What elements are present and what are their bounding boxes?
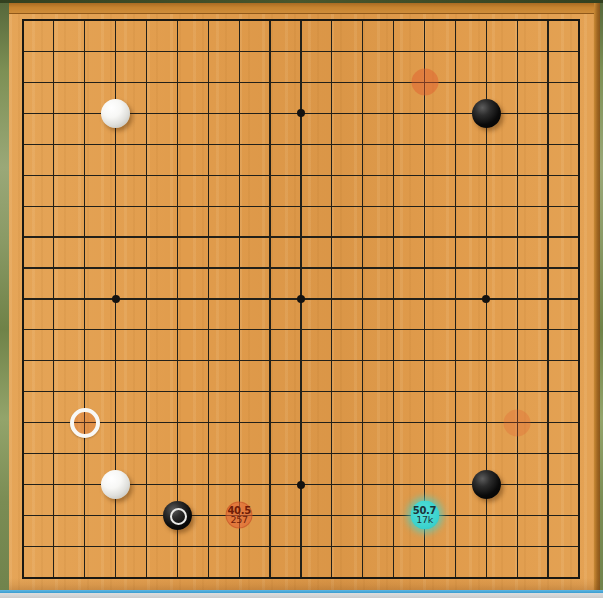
- intersection-O12[interactable]: [409, 222, 440, 253]
- intersection-H13[interactable]: [224, 191, 255, 222]
- intersection-H6[interactable]: [224, 407, 255, 438]
- intersection-O15[interactable]: [409, 129, 440, 160]
- intersection-J3[interactable]: [255, 500, 286, 531]
- intersection-A6[interactable]: [8, 407, 39, 438]
- intersection-R9[interactable]: [502, 314, 533, 345]
- intersection-P19[interactable]: [440, 5, 471, 36]
- intersection-C8[interactable]: [69, 345, 100, 376]
- intersection-N1[interactable]: [378, 562, 409, 593]
- intersection-E4[interactable]: [131, 469, 162, 500]
- intersection-G16[interactable]: [193, 98, 224, 129]
- intersection-H7[interactable]: [224, 376, 255, 407]
- intersection-A3[interactable]: [8, 500, 39, 531]
- intersection-N10[interactable]: [378, 283, 409, 314]
- intersection-N2[interactable]: [378, 531, 409, 562]
- intersection-O3[interactable]: 50.717k: [409, 500, 440, 531]
- intersection-E6[interactable]: [131, 407, 162, 438]
- intersection-R18[interactable]: [502, 36, 533, 67]
- intersection-S15[interactable]: [533, 129, 564, 160]
- intersection-T17[interactable]: [564, 67, 595, 98]
- intersection-H11[interactable]: [224, 253, 255, 284]
- intersection-M12[interactable]: [347, 222, 378, 253]
- intersection-P2[interactable]: [440, 531, 471, 562]
- intersection-K16[interactable]: [286, 98, 317, 129]
- intersection-B10[interactable]: [38, 283, 69, 314]
- next-move-ring-C6[interactable]: [70, 408, 100, 438]
- intersection-D19[interactable]: [100, 5, 131, 36]
- intersection-C16[interactable]: [69, 98, 100, 129]
- intersection-G19[interactable]: [193, 5, 224, 36]
- intersection-L1[interactable]: [316, 562, 347, 593]
- intersection-O4[interactable]: [409, 469, 440, 500]
- intersection-A19[interactable]: [8, 5, 39, 36]
- intersection-R17[interactable]: [502, 67, 533, 98]
- intersection-F17[interactable]: [162, 67, 193, 98]
- intersection-F12[interactable]: [162, 222, 193, 253]
- intersection-G3[interactable]: [193, 500, 224, 531]
- intersection-O9[interactable]: [409, 314, 440, 345]
- intersection-O18[interactable]: [409, 36, 440, 67]
- intersection-C15[interactable]: [69, 129, 100, 160]
- intersection-K8[interactable]: [286, 345, 317, 376]
- intersection-M13[interactable]: [347, 191, 378, 222]
- intersection-A2[interactable]: [8, 531, 39, 562]
- intersection-E3[interactable]: [131, 500, 162, 531]
- intersection-S19[interactable]: [533, 5, 564, 36]
- intersection-F5[interactable]: [162, 438, 193, 469]
- intersection-R13[interactable]: [502, 191, 533, 222]
- intersection-L4[interactable]: [316, 469, 347, 500]
- intersection-B6[interactable]: [38, 407, 69, 438]
- intersection-M1[interactable]: [347, 562, 378, 593]
- intersection-Q14[interactable]: [471, 160, 502, 191]
- intersection-D13[interactable]: [100, 191, 131, 222]
- intersection-A14[interactable]: [8, 160, 39, 191]
- intersection-M16[interactable]: [347, 98, 378, 129]
- intersection-K11[interactable]: [286, 253, 317, 284]
- intersection-F2[interactable]: [162, 531, 193, 562]
- intersection-J18[interactable]: [255, 36, 286, 67]
- intersection-N11[interactable]: [378, 253, 409, 284]
- intersection-L2[interactable]: [316, 531, 347, 562]
- intersection-Q1[interactable]: [471, 562, 502, 593]
- intersection-L18[interactable]: [316, 36, 347, 67]
- intersection-H2[interactable]: [224, 531, 255, 562]
- intersection-R15[interactable]: [502, 129, 533, 160]
- intersection-Q5[interactable]: [471, 438, 502, 469]
- intersection-Q10[interactable]: [471, 283, 502, 314]
- intersection-D5[interactable]: [100, 438, 131, 469]
- intersection-S9[interactable]: [533, 314, 564, 345]
- intersection-C17[interactable]: [69, 67, 100, 98]
- intersection-Q6[interactable]: [471, 407, 502, 438]
- intersection-T7[interactable]: [564, 376, 595, 407]
- intersection-D14[interactable]: [100, 160, 131, 191]
- intersection-O13[interactable]: [409, 191, 440, 222]
- intersection-P16[interactable]: [440, 98, 471, 129]
- intersection-J4[interactable]: [255, 469, 286, 500]
- intersection-J14[interactable]: [255, 160, 286, 191]
- intersection-H10[interactable]: [224, 283, 255, 314]
- intersection-K17[interactable]: [286, 67, 317, 98]
- intersection-D8[interactable]: [100, 345, 131, 376]
- intersection-A10[interactable]: [8, 283, 39, 314]
- intersection-C14[interactable]: [69, 160, 100, 191]
- intersection-S11[interactable]: [533, 253, 564, 284]
- intersection-F15[interactable]: [162, 129, 193, 160]
- intersection-E7[interactable]: [131, 376, 162, 407]
- intersection-S17[interactable]: [533, 67, 564, 98]
- intersection-G18[interactable]: [193, 36, 224, 67]
- intersection-E15[interactable]: [131, 129, 162, 160]
- intersection-C5[interactable]: [69, 438, 100, 469]
- intersection-J19[interactable]: [255, 5, 286, 36]
- intersection-M18[interactable]: [347, 36, 378, 67]
- intersection-Q9[interactable]: [471, 314, 502, 345]
- intersection-P13[interactable]: [440, 191, 471, 222]
- intersection-E14[interactable]: [131, 160, 162, 191]
- intersection-T1[interactable]: [564, 562, 595, 593]
- intersection-C7[interactable]: [69, 376, 100, 407]
- intersection-M7[interactable]: [347, 376, 378, 407]
- intersection-O7[interactable]: [409, 376, 440, 407]
- intersection-K3[interactable]: [286, 500, 317, 531]
- intersection-M3[interactable]: [347, 500, 378, 531]
- intersection-C6[interactable]: [69, 407, 100, 438]
- intersection-F9[interactable]: [162, 314, 193, 345]
- intersection-L8[interactable]: [316, 345, 347, 376]
- intersection-H16[interactable]: [224, 98, 255, 129]
- intersection-L13[interactable]: [316, 191, 347, 222]
- intersection-O11[interactable]: [409, 253, 440, 284]
- intersection-L10[interactable]: [316, 283, 347, 314]
- intersection-L9[interactable]: [316, 314, 347, 345]
- intersection-T3[interactable]: [564, 500, 595, 531]
- intersection-T12[interactable]: [564, 222, 595, 253]
- intersection-O14[interactable]: [409, 160, 440, 191]
- intersection-S4[interactable]: [533, 469, 564, 500]
- intersection-K7[interactable]: [286, 376, 317, 407]
- intersection-E13[interactable]: [131, 191, 162, 222]
- policy-suggestion-O17[interactable]: [411, 69, 438, 96]
- intersection-A11[interactable]: [8, 253, 39, 284]
- intersection-E8[interactable]: [131, 345, 162, 376]
- intersection-G1[interactable]: [193, 562, 224, 593]
- intersection-N12[interactable]: [378, 222, 409, 253]
- intersection-R10[interactable]: [502, 283, 533, 314]
- intersection-L7[interactable]: [316, 376, 347, 407]
- intersection-E2[interactable]: [131, 531, 162, 562]
- intersection-T8[interactable]: [564, 345, 595, 376]
- intersection-E1[interactable]: [131, 562, 162, 593]
- intersection-E10[interactable]: [131, 283, 162, 314]
- intersection-R8[interactable]: [502, 345, 533, 376]
- intersection-J1[interactable]: [255, 562, 286, 593]
- intersection-P6[interactable]: [440, 407, 471, 438]
- intersection-T18[interactable]: [564, 36, 595, 67]
- intersection-C4[interactable]: [69, 469, 100, 500]
- intersection-J16[interactable]: [255, 98, 286, 129]
- intersection-B18[interactable]: [38, 36, 69, 67]
- intersection-P5[interactable]: [440, 438, 471, 469]
- intersection-F16[interactable]: [162, 98, 193, 129]
- intersection-N4[interactable]: [378, 469, 409, 500]
- intersection-O10[interactable]: [409, 283, 440, 314]
- intersection-C1[interactable]: [69, 562, 100, 593]
- intersection-T15[interactable]: [564, 129, 595, 160]
- intersection-S5[interactable]: [533, 438, 564, 469]
- intersection-N9[interactable]: [378, 314, 409, 345]
- intersection-Q18[interactable]: [471, 36, 502, 67]
- intersection-J12[interactable]: [255, 222, 286, 253]
- intersection-O6[interactable]: [409, 407, 440, 438]
- intersection-L11[interactable]: [316, 253, 347, 284]
- intersection-A5[interactable]: [8, 438, 39, 469]
- intersection-F10[interactable]: [162, 283, 193, 314]
- intersection-O19[interactable]: [409, 5, 440, 36]
- intersection-K18[interactable]: [286, 36, 317, 67]
- intersection-H8[interactable]: [224, 345, 255, 376]
- intersection-G9[interactable]: [193, 314, 224, 345]
- intersection-L5[interactable]: [316, 438, 347, 469]
- intersection-F14[interactable]: [162, 160, 193, 191]
- intersection-N8[interactable]: [378, 345, 409, 376]
- intersection-P8[interactable]: [440, 345, 471, 376]
- intersection-R5[interactable]: [502, 438, 533, 469]
- intersection-Q16[interactable]: [471, 98, 502, 129]
- best-move-suggestion-O3[interactable]: 50.717k: [410, 501, 439, 530]
- intersection-D17[interactable]: [100, 67, 131, 98]
- intersection-B7[interactable]: [38, 376, 69, 407]
- intersection-G7[interactable]: [193, 376, 224, 407]
- intersection-K15[interactable]: [286, 129, 317, 160]
- intersection-F18[interactable]: [162, 36, 193, 67]
- intersection-Q4[interactable]: [471, 469, 502, 500]
- intersection-K19[interactable]: [286, 5, 317, 36]
- intersection-S13[interactable]: [533, 191, 564, 222]
- intersection-F8[interactable]: [162, 345, 193, 376]
- intersection-R16[interactable]: [502, 98, 533, 129]
- intersection-R12[interactable]: [502, 222, 533, 253]
- intersection-A9[interactable]: [8, 314, 39, 345]
- intersection-Q12[interactable]: [471, 222, 502, 253]
- intersection-A16[interactable]: [8, 98, 39, 129]
- intersection-J8[interactable]: [255, 345, 286, 376]
- intersection-K1[interactable]: [286, 562, 317, 593]
- intersection-J17[interactable]: [255, 67, 286, 98]
- intersection-S1[interactable]: [533, 562, 564, 593]
- intersection-M15[interactable]: [347, 129, 378, 160]
- intersection-L15[interactable]: [316, 129, 347, 160]
- intersection-K5[interactable]: [286, 438, 317, 469]
- intersection-Q8[interactable]: [471, 345, 502, 376]
- intersection-B4[interactable]: [38, 469, 69, 500]
- intersection-B14[interactable]: [38, 160, 69, 191]
- intersection-S2[interactable]: [533, 531, 564, 562]
- intersection-H4[interactable]: [224, 469, 255, 500]
- intersection-D12[interactable]: [100, 222, 131, 253]
- intersection-K10[interactable]: [286, 283, 317, 314]
- intersection-K12[interactable]: [286, 222, 317, 253]
- intersection-P15[interactable]: [440, 129, 471, 160]
- intersection-T13[interactable]: [564, 191, 595, 222]
- intersection-P12[interactable]: [440, 222, 471, 253]
- intersection-L19[interactable]: [316, 5, 347, 36]
- intersection-L6[interactable]: [316, 407, 347, 438]
- intersection-H9[interactable]: [224, 314, 255, 345]
- intersection-D4[interactable]: [100, 469, 131, 500]
- intersection-N19[interactable]: [378, 5, 409, 36]
- intersection-H15[interactable]: [224, 129, 255, 160]
- intersection-A13[interactable]: [8, 191, 39, 222]
- intersection-K9[interactable]: [286, 314, 317, 345]
- intersection-J6[interactable]: [255, 407, 286, 438]
- intersection-F13[interactable]: [162, 191, 193, 222]
- intersection-T9[interactable]: [564, 314, 595, 345]
- intersection-F1[interactable]: [162, 562, 193, 593]
- intersection-B19[interactable]: [38, 5, 69, 36]
- intersection-S16[interactable]: [533, 98, 564, 129]
- intersection-Q17[interactable]: [471, 67, 502, 98]
- intersection-G10[interactable]: [193, 283, 224, 314]
- intersection-G15[interactable]: [193, 129, 224, 160]
- intersection-A18[interactable]: [8, 36, 39, 67]
- intersection-B8[interactable]: [38, 345, 69, 376]
- intersection-B2[interactable]: [38, 531, 69, 562]
- intersection-M10[interactable]: [347, 283, 378, 314]
- intersection-J15[interactable]: [255, 129, 286, 160]
- intersection-G14[interactable]: [193, 160, 224, 191]
- intersection-R11[interactable]: [502, 253, 533, 284]
- intersection-D16[interactable]: [100, 98, 131, 129]
- intersection-R3[interactable]: [502, 500, 533, 531]
- intersection-P14[interactable]: [440, 160, 471, 191]
- intersection-M11[interactable]: [347, 253, 378, 284]
- intersection-S6[interactable]: [533, 407, 564, 438]
- intersection-C10[interactable]: [69, 283, 100, 314]
- intersection-M17[interactable]: [347, 67, 378, 98]
- intersection-G17[interactable]: [193, 67, 224, 98]
- intersection-G12[interactable]: [193, 222, 224, 253]
- intersection-S7[interactable]: [533, 376, 564, 407]
- intersection-J10[interactable]: [255, 283, 286, 314]
- intersection-M14[interactable]: [347, 160, 378, 191]
- intersection-B13[interactable]: [38, 191, 69, 222]
- intersection-C19[interactable]: [69, 5, 100, 36]
- intersection-P7[interactable]: [440, 376, 471, 407]
- intersection-Q13[interactable]: [471, 191, 502, 222]
- intersection-F6[interactable]: [162, 407, 193, 438]
- intersection-M4[interactable]: [347, 469, 378, 500]
- intersection-T16[interactable]: [564, 98, 595, 129]
- intersection-J11[interactable]: [255, 253, 286, 284]
- intersection-D10[interactable]: [100, 283, 131, 314]
- intersection-T4[interactable]: [564, 469, 595, 500]
- intersection-J5[interactable]: [255, 438, 286, 469]
- intersection-J2[interactable]: [255, 531, 286, 562]
- intersection-A4[interactable]: [8, 469, 39, 500]
- intersection-M6[interactable]: [347, 407, 378, 438]
- intersection-E17[interactable]: [131, 67, 162, 98]
- intersection-E19[interactable]: [131, 5, 162, 36]
- intersection-G4[interactable]: [193, 469, 224, 500]
- intersection-M19[interactable]: [347, 5, 378, 36]
- intersection-J7[interactable]: [255, 376, 286, 407]
- intersection-N6[interactable]: [378, 407, 409, 438]
- intersection-H18[interactable]: [224, 36, 255, 67]
- intersection-R4[interactable]: [502, 469, 533, 500]
- intersection-K13[interactable]: [286, 191, 317, 222]
- intersection-C9[interactable]: [69, 314, 100, 345]
- intersection-D7[interactable]: [100, 376, 131, 407]
- intersection-C11[interactable]: [69, 253, 100, 284]
- intersection-A8[interactable]: [8, 345, 39, 376]
- intersection-S14[interactable]: [533, 160, 564, 191]
- intersection-T2[interactable]: [564, 531, 595, 562]
- intersection-S3[interactable]: [533, 500, 564, 531]
- intersection-L16[interactable]: [316, 98, 347, 129]
- intersection-O17[interactable]: [409, 67, 440, 98]
- intersection-B1[interactable]: [38, 562, 69, 593]
- intersection-K2[interactable]: [286, 531, 317, 562]
- intersection-N5[interactable]: [378, 438, 409, 469]
- intersection-C3[interactable]: [69, 500, 100, 531]
- intersection-E9[interactable]: [131, 314, 162, 345]
- intersection-K14[interactable]: [286, 160, 317, 191]
- intersection-S8[interactable]: [533, 345, 564, 376]
- intersection-G8[interactable]: [193, 345, 224, 376]
- intersection-P3[interactable]: [440, 500, 471, 531]
- intersection-B9[interactable]: [38, 314, 69, 345]
- intersection-J13[interactable]: [255, 191, 286, 222]
- intersection-L17[interactable]: [316, 67, 347, 98]
- intersection-G13[interactable]: [193, 191, 224, 222]
- intersection-H14[interactable]: [224, 160, 255, 191]
- intersection-P18[interactable]: [440, 36, 471, 67]
- intersection-G11[interactable]: [193, 253, 224, 284]
- intersection-A15[interactable]: [8, 129, 39, 160]
- intersection-D6[interactable]: [100, 407, 131, 438]
- intersection-P1[interactable]: [440, 562, 471, 593]
- intersection-R7[interactable]: [502, 376, 533, 407]
- intersection-P4[interactable]: [440, 469, 471, 500]
- intersection-R19[interactable]: [502, 5, 533, 36]
- intersection-C13[interactable]: [69, 191, 100, 222]
- intersection-N15[interactable]: [378, 129, 409, 160]
- intersection-H3[interactable]: 40.5257: [224, 500, 255, 531]
- intersection-N14[interactable]: [378, 160, 409, 191]
- intersection-D2[interactable]: [100, 531, 131, 562]
- policy-suggestion-R6[interactable]: [504, 409, 531, 436]
- intersection-M8[interactable]: [347, 345, 378, 376]
- intersection-L12[interactable]: [316, 222, 347, 253]
- intersection-P9[interactable]: [440, 314, 471, 345]
- intersection-L3[interactable]: [316, 500, 347, 531]
- intersection-H12[interactable]: [224, 222, 255, 253]
- intersection-K6[interactable]: [286, 407, 317, 438]
- intersection-M2[interactable]: [347, 531, 378, 562]
- intersection-H1[interactable]: [224, 562, 255, 593]
- intersection-E18[interactable]: [131, 36, 162, 67]
- intersection-B11[interactable]: [38, 253, 69, 284]
- intersection-H5[interactable]: [224, 438, 255, 469]
- intersection-Q3[interactable]: [471, 500, 502, 531]
- intersection-C18[interactable]: [69, 36, 100, 67]
- intersection-C12[interactable]: [69, 222, 100, 253]
- intersection-D18[interactable]: [100, 36, 131, 67]
- intersection-N3[interactable]: [378, 500, 409, 531]
- intersection-D15[interactable]: [100, 129, 131, 160]
